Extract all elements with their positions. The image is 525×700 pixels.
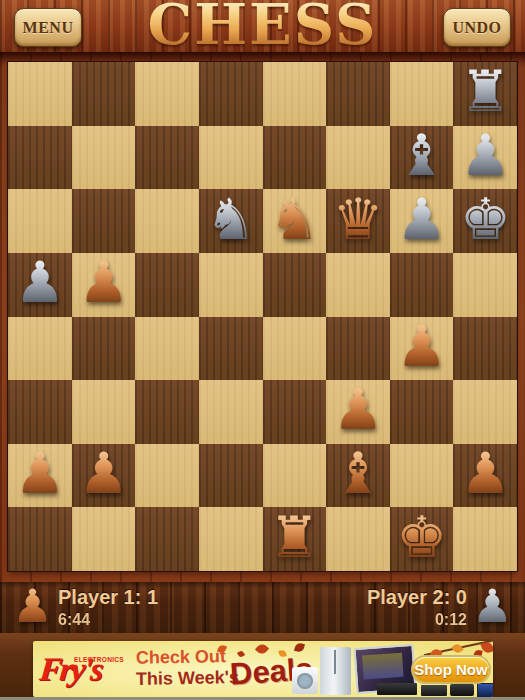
status-bar: ♟ Player 1: 1 6:44 Player 2: 0 0:12 ♟ [0, 582, 525, 633]
black-king[interactable]: ♚ [460, 191, 511, 248]
board-frame: ♜♝♟♞♞♛♟♚♟♟♟♟♟♟♝♟♜♚ [0, 52, 525, 582]
square-b6[interactable] [72, 189, 136, 253]
square-a4[interactable] [8, 317, 72, 381]
square-g6[interactable]: ♟ [390, 189, 454, 253]
black-pawn[interactable]: ♟ [396, 191, 447, 248]
leaf-icon [480, 641, 493, 655]
black-bishop[interactable]: ♝ [396, 127, 447, 184]
square-c2[interactable] [135, 444, 199, 508]
black-rook[interactable]: ♜ [460, 63, 511, 120]
ad-product-laptop [477, 683, 493, 697]
square-d6[interactable]: ♞ [199, 189, 263, 253]
square-f6[interactable]: ♛ [326, 189, 390, 253]
square-b8[interactable] [72, 62, 136, 126]
square-b3[interactable] [72, 380, 136, 444]
square-h2[interactable]: ♟ [453, 444, 517, 508]
square-e8[interactable] [263, 62, 327, 126]
black-knight[interactable]: ♞ [205, 191, 256, 248]
square-b1[interactable] [72, 507, 136, 571]
player2-pawn-icon: ♟ [472, 581, 513, 631]
square-c6[interactable] [135, 189, 199, 253]
white-pawn[interactable]: ♟ [14, 445, 65, 502]
square-e4[interactable] [263, 317, 327, 381]
square-h6[interactable]: ♚ [453, 189, 517, 253]
square-a2[interactable]: ♟ [8, 444, 72, 508]
square-b7[interactable] [72, 126, 136, 190]
square-d7[interactable] [199, 126, 263, 190]
square-e7[interactable] [263, 126, 327, 190]
black-pawn[interactable]: ♟ [14, 254, 65, 311]
square-e2[interactable] [263, 444, 327, 508]
square-g8[interactable] [390, 62, 454, 126]
square-h8[interactable]: ♜ [453, 62, 517, 126]
square-f8[interactable] [326, 62, 390, 126]
player1-stats: Player 1: 1 6:44 [58, 586, 158, 629]
white-pawn[interactable]: ♟ [332, 381, 383, 438]
square-g4[interactable]: ♟ [390, 317, 454, 381]
header-bar: MENU CHESS UNDO [0, 0, 525, 54]
square-g2[interactable] [390, 444, 454, 508]
white-pawn[interactable]: ♟ [78, 254, 129, 311]
player1-pawn-icon: ♟ [12, 581, 53, 631]
ad-product-printer [450, 684, 474, 696]
square-f1[interactable] [326, 507, 390, 571]
white-pawn[interactable]: ♟ [460, 445, 511, 502]
square-d4[interactable] [199, 317, 263, 381]
player1-score: Player 1: 1 [58, 586, 158, 609]
white-king[interactable]: ♚ [396, 509, 447, 566]
square-a7[interactable] [8, 126, 72, 190]
player2-score: Player 2: 0 [367, 586, 467, 609]
square-a8[interactable] [8, 62, 72, 126]
square-h7[interactable]: ♟ [453, 126, 517, 190]
square-h3[interactable] [453, 380, 517, 444]
square-e1[interactable]: ♜ [263, 507, 327, 571]
square-c8[interactable] [135, 62, 199, 126]
white-bishop[interactable]: ♝ [332, 445, 383, 502]
square-f3[interactable]: ♟ [326, 380, 390, 444]
shop-now-button[interactable]: Shop Now [413, 657, 489, 682]
square-g7[interactable]: ♝ [390, 126, 454, 190]
square-f7[interactable] [326, 126, 390, 190]
white-pawn[interactable]: ♟ [396, 318, 447, 375]
square-c1[interactable] [135, 507, 199, 571]
white-pawn[interactable]: ♟ [78, 445, 129, 502]
square-b2[interactable]: ♟ [72, 444, 136, 508]
square-d8[interactable] [199, 62, 263, 126]
square-c7[interactable] [135, 126, 199, 190]
chess-board: ♜♝♟♞♞♛♟♚♟♟♟♟♟♟♝♟♜♚ [8, 62, 517, 571]
ad-headline-1: Check Out [136, 646, 226, 669]
player2-stats: Player 2: 0 0:12 [367, 586, 467, 629]
black-pawn[interactable]: ♟ [460, 127, 511, 184]
square-a3[interactable] [8, 380, 72, 444]
square-d3[interactable] [199, 380, 263, 444]
undo-button[interactable]: UNDO [443, 8, 511, 47]
square-c4[interactable] [135, 317, 199, 381]
square-h1[interactable] [453, 507, 517, 571]
square-a1[interactable] [8, 507, 72, 571]
square-a6[interactable] [8, 189, 72, 253]
ad-area: Fry's ELECTRONICS Check Out This Week's … [0, 633, 525, 700]
ad-product-refrigerator [320, 647, 351, 695]
square-d1[interactable] [199, 507, 263, 571]
square-c5[interactable] [135, 253, 199, 317]
frys-electronics-logo: Fry's ELECTRONICS [40, 650, 136, 692]
square-d2[interactable] [199, 444, 263, 508]
player2-clock: 0:12 [367, 611, 467, 629]
chess-app: MENU CHESS UNDO ♜♝♟♞♞♛♟♚♟♟♟♟♟♟♝♟♜♚ ♟ Pla… [0, 0, 525, 700]
ad-product-receiver [421, 685, 447, 696]
ad-banner[interactable]: Fry's ELECTRONICS Check Out This Week's … [33, 641, 493, 697]
square-e3[interactable] [263, 380, 327, 444]
square-b5[interactable]: ♟ [72, 253, 136, 317]
frys-logo-subtext: ELECTRONICS [74, 656, 124, 663]
ad-product-electronics [377, 683, 417, 695]
leaf-icon [451, 642, 464, 655]
square-e5[interactable] [263, 253, 327, 317]
square-b4[interactable] [72, 317, 136, 381]
square-g3[interactable] [390, 380, 454, 444]
white-rook[interactable]: ♜ [269, 509, 320, 566]
square-c3[interactable] [135, 380, 199, 444]
square-g1[interactable]: ♚ [390, 507, 454, 571]
player1-clock: 6:44 [58, 611, 158, 629]
ad-headline-2: This Week's [136, 667, 239, 690]
square-f2[interactable]: ♝ [326, 444, 390, 508]
square-h5[interactable] [453, 253, 517, 317]
square-e6[interactable]: ♞ [263, 189, 327, 253]
white-knight[interactable]: ♞ [269, 191, 320, 248]
square-g5[interactable] [390, 253, 454, 317]
square-f5[interactable] [326, 253, 390, 317]
square-h4[interactable] [453, 317, 517, 381]
square-f4[interactable] [326, 317, 390, 381]
square-d5[interactable] [199, 253, 263, 317]
white-queen[interactable]: ♛ [332, 191, 383, 248]
square-a5[interactable]: ♟ [8, 253, 72, 317]
ad-product-washer [292, 667, 318, 694]
